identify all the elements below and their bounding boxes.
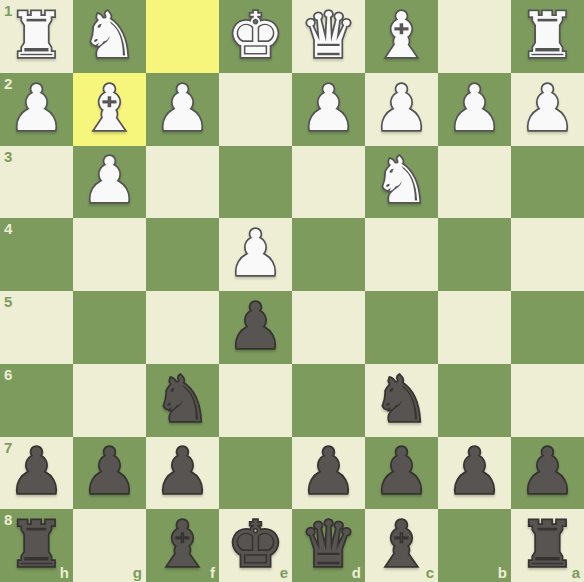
black-pawn[interactable]: ♟ xyxy=(8,440,64,503)
black-king[interactable]: ♚ xyxy=(227,513,283,576)
square-f5[interactable] xyxy=(146,291,219,364)
square-d4[interactable] xyxy=(292,218,365,291)
square-e4[interactable]: ♟ xyxy=(219,218,292,291)
square-e1[interactable]: ♚ xyxy=(219,0,292,73)
square-h5[interactable]: 5 xyxy=(0,291,73,364)
black-pawn[interactable]: ♟ xyxy=(227,295,283,358)
square-g5[interactable] xyxy=(73,291,146,364)
square-d5[interactable] xyxy=(292,291,365,364)
rank-label-6: 6 xyxy=(4,367,12,382)
square-e7[interactable] xyxy=(219,437,292,510)
square-b8[interactable]: b xyxy=(438,509,511,582)
black-rook[interactable]: ♜ xyxy=(519,513,575,576)
white-king[interactable]: ♚ xyxy=(227,4,283,67)
square-a7[interactable]: ♟ xyxy=(511,437,584,510)
rank-label-5: 5 xyxy=(4,294,12,309)
black-pawn[interactable]: ♟ xyxy=(81,440,137,503)
square-h4[interactable]: 4 xyxy=(0,218,73,291)
white-pawn[interactable]: ♟ xyxy=(519,77,575,140)
black-knight[interactable]: ♞ xyxy=(373,368,429,431)
file-label-b: b xyxy=(498,565,507,580)
square-e5[interactable]: ♟ xyxy=(219,291,292,364)
square-f6[interactable]: ♞ xyxy=(146,364,219,437)
white-pawn[interactable]: ♟ xyxy=(373,77,429,140)
square-b7[interactable]: ♟ xyxy=(438,437,511,510)
square-g1[interactable]: ♞ xyxy=(73,0,146,73)
square-h1[interactable]: ♜1 xyxy=(0,0,73,73)
black-bishop[interactable]: ♝ xyxy=(154,513,210,576)
square-b6[interactable] xyxy=(438,364,511,437)
square-e6[interactable] xyxy=(219,364,292,437)
square-g2[interactable]: ♝ xyxy=(73,73,146,146)
square-c1[interactable]: ♝ xyxy=(365,0,438,73)
square-f1[interactable] xyxy=(146,0,219,73)
square-f2[interactable]: ♟ xyxy=(146,73,219,146)
square-d2[interactable]: ♟ xyxy=(292,73,365,146)
square-g7[interactable]: ♟ xyxy=(73,437,146,510)
square-c8[interactable]: ♝c xyxy=(365,509,438,582)
rank-label-4: 4 xyxy=(4,221,12,236)
square-h7[interactable]: ♟7 xyxy=(0,437,73,510)
black-queen[interactable]: ♛ xyxy=(300,513,356,576)
square-a3[interactable] xyxy=(511,146,584,219)
square-h2[interactable]: ♟2 xyxy=(0,73,73,146)
square-f8[interactable]: ♝f xyxy=(146,509,219,582)
square-d1[interactable]: ♛ xyxy=(292,0,365,73)
file-label-f: f xyxy=(210,565,215,580)
white-bishop[interactable]: ♝ xyxy=(373,4,429,67)
square-a5[interactable] xyxy=(511,291,584,364)
black-bishop[interactable]: ♝ xyxy=(373,513,429,576)
black-knight[interactable]: ♞ xyxy=(154,368,210,431)
chess-board: ♜1♞♚♛♝♜♟2♝♟♟♟♟♟3♟♞4♟5♟6♞♞♟7♟♟♟♟♟♟♜8hg♝f♚… xyxy=(0,0,584,582)
square-b3[interactable] xyxy=(438,146,511,219)
chess-board-container: ♜1♞♚♛♝♜♟2♝♟♟♟♟♟3♟♞4♟5♟6♞♞♟7♟♟♟♟♟♟♜8hg♝f♚… xyxy=(0,0,584,582)
square-c5[interactable] xyxy=(365,291,438,364)
white-pawn[interactable]: ♟ xyxy=(154,77,210,140)
square-g8[interactable]: g xyxy=(73,509,146,582)
square-h8[interactable]: ♜8h xyxy=(0,509,73,582)
black-pawn[interactable]: ♟ xyxy=(519,440,575,503)
square-c4[interactable] xyxy=(365,218,438,291)
square-d3[interactable] xyxy=(292,146,365,219)
black-pawn[interactable]: ♟ xyxy=(373,440,429,503)
black-rook[interactable]: ♜ xyxy=(8,513,64,576)
square-c2[interactable]: ♟ xyxy=(365,73,438,146)
file-label-g: g xyxy=(133,565,142,580)
square-b1[interactable] xyxy=(438,0,511,73)
square-a1[interactable]: ♜ xyxy=(511,0,584,73)
square-f7[interactable]: ♟ xyxy=(146,437,219,510)
white-rook[interactable]: ♜ xyxy=(8,4,64,67)
white-bishop[interactable]: ♝ xyxy=(81,77,137,140)
square-a8[interactable]: ♜a xyxy=(511,509,584,582)
black-pawn[interactable]: ♟ xyxy=(154,440,210,503)
square-h3[interactable]: 3 xyxy=(0,146,73,219)
white-queen[interactable]: ♛ xyxy=(300,4,356,67)
white-pawn[interactable]: ♟ xyxy=(446,77,502,140)
square-e8[interactable]: ♚e xyxy=(219,509,292,582)
white-knight[interactable]: ♞ xyxy=(81,4,137,67)
square-f3[interactable] xyxy=(146,146,219,219)
square-g3[interactable]: ♟ xyxy=(73,146,146,219)
black-pawn[interactable]: ♟ xyxy=(446,440,502,503)
square-a2[interactable]: ♟ xyxy=(511,73,584,146)
white-pawn[interactable]: ♟ xyxy=(81,149,137,212)
square-h6[interactable]: 6 xyxy=(0,364,73,437)
square-g6[interactable] xyxy=(73,364,146,437)
white-pawn[interactable]: ♟ xyxy=(227,222,283,285)
square-d6[interactable] xyxy=(292,364,365,437)
square-g4[interactable] xyxy=(73,218,146,291)
black-pawn[interactable]: ♟ xyxy=(300,440,356,503)
square-c3[interactable]: ♞ xyxy=(365,146,438,219)
square-f4[interactable] xyxy=(146,218,219,291)
square-b4[interactable] xyxy=(438,218,511,291)
white-knight[interactable]: ♞ xyxy=(373,149,429,212)
white-rook[interactable]: ♜ xyxy=(519,4,575,67)
square-c7[interactable]: ♟ xyxy=(365,437,438,510)
white-pawn[interactable]: ♟ xyxy=(300,77,356,140)
rank-label-3: 3 xyxy=(4,149,12,164)
square-a6[interactable] xyxy=(511,364,584,437)
square-a4[interactable] xyxy=(511,218,584,291)
square-b2[interactable]: ♟ xyxy=(438,73,511,146)
square-e2[interactable] xyxy=(219,73,292,146)
square-c6[interactable]: ♞ xyxy=(365,364,438,437)
square-d7[interactable]: ♟ xyxy=(292,437,365,510)
square-b5[interactable] xyxy=(438,291,511,364)
square-d8[interactable]: ♛d xyxy=(292,509,365,582)
white-pawn[interactable]: ♟ xyxy=(8,77,64,140)
square-e3[interactable] xyxy=(219,146,292,219)
